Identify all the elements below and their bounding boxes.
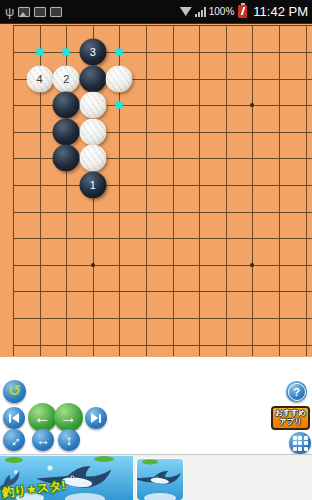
star-point	[250, 103, 254, 107]
undo-button[interactable]: ↺	[3, 380, 26, 403]
battery-percent: 100%	[209, 6, 235, 17]
signal-icon	[195, 7, 206, 17]
recommended-apps-button[interactable]: おすすめ アプリ	[271, 406, 310, 430]
white-stone[interactable]	[79, 118, 106, 145]
resize-vertical-button[interactable]: ↕	[58, 429, 80, 451]
move-number: 4	[37, 73, 43, 84]
white-stone[interactable]	[79, 92, 106, 119]
board-line	[173, 25, 174, 356]
hint-marker[interactable]	[116, 102, 123, 109]
move-number: 2	[63, 73, 69, 84]
black-stone[interactable]	[79, 65, 106, 92]
white-stone[interactable]	[106, 65, 133, 92]
apps-grid-icon	[293, 436, 308, 451]
move-number: 3	[90, 46, 96, 57]
black-stone[interactable]	[53, 145, 80, 172]
wifi-icon	[180, 7, 192, 16]
prev-move-button[interactable]: ←	[28, 403, 57, 432]
board-line	[199, 25, 200, 356]
board-line	[13, 25, 312, 26]
board-line	[279, 25, 280, 356]
ad-image[interactable]: 釣り★スタ!	[0, 456, 133, 500]
board-line	[13, 345, 312, 346]
help-button[interactable]: ?	[286, 381, 307, 402]
board-line	[13, 185, 312, 186]
board-line	[306, 25, 307, 356]
last-move-button[interactable]	[85, 407, 107, 429]
hint-marker[interactable]	[63, 48, 70, 55]
app-root: ψ 100% 11:42 PM 3421 ↺ ← → ↔	[0, 0, 312, 500]
board-line	[13, 265, 312, 266]
resize-diagonal-icon: ↔	[3, 429, 24, 450]
status-left-icons: ψ	[5, 5, 62, 18]
ad-banner: 釣り★スタ! 釣りスタ 無料 インストール ✕ⓘ	[0, 454, 312, 500]
board-line	[226, 25, 227, 356]
status-right-icons: 100% 11:42 PM	[180, 4, 308, 19]
hint-marker[interactable]	[116, 48, 123, 55]
clipboard-icon	[34, 7, 46, 17]
arrow-right-icon: →	[60, 408, 77, 428]
board-line	[13, 25, 14, 356]
promo-line2: アプリ	[279, 418, 302, 427]
board-line	[13, 291, 312, 292]
resize-diagonal-button[interactable]: ↔	[3, 429, 25, 451]
board-line	[13, 212, 312, 213]
resize-horizontal-button[interactable]: ↔	[32, 429, 54, 451]
first-move-button[interactable]	[3, 407, 25, 429]
white-stone[interactable]: 2	[53, 65, 80, 92]
board-line	[13, 238, 312, 239]
star-point	[91, 263, 95, 267]
board-line	[252, 25, 253, 356]
star-point	[250, 263, 254, 267]
white-stone[interactable]	[79, 145, 106, 172]
undo-icon: ↺	[8, 381, 21, 400]
battery-icon	[238, 5, 247, 18]
skip-to-end-icon	[91, 413, 102, 423]
go-board[interactable]: 3421	[0, 24, 312, 357]
black-stone[interactable]	[53, 92, 80, 119]
board-line	[13, 52, 312, 53]
status-bar: ψ 100% 11:42 PM	[0, 0, 312, 24]
move-number: 1	[90, 179, 96, 190]
next-move-button[interactable]: →	[54, 403, 83, 432]
black-stone[interactable]: 3	[79, 38, 106, 65]
screenshot-icon	[50, 7, 62, 17]
resize-vertical-icon: ↕	[66, 432, 73, 448]
black-stone[interactable]	[53, 118, 80, 145]
apps-button[interactable]	[289, 432, 311, 454]
resize-horizontal-icon: ↔	[36, 432, 50, 448]
usb-icon: ψ	[5, 5, 14, 18]
hint-marker[interactable]	[36, 48, 43, 55]
arrow-left-icon: ←	[34, 408, 51, 428]
board-line	[13, 318, 312, 319]
board-line	[146, 25, 147, 356]
gallery-icon	[18, 7, 30, 17]
clock: 11:42 PM	[253, 4, 308, 19]
ad-thumbnail[interactable]	[136, 458, 184, 500]
black-stone[interactable]: 1	[79, 171, 106, 198]
skip-to-start-icon	[9, 413, 20, 423]
fishing-ad-thumb-art	[137, 459, 183, 500]
question-icon: ?	[288, 383, 306, 401]
white-stone[interactable]: 4	[26, 65, 53, 92]
